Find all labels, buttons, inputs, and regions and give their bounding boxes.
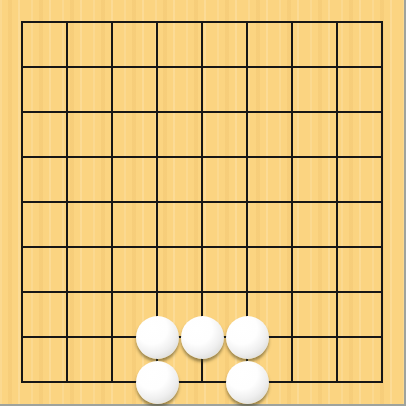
go-board	[0, 0, 406, 406]
white-stone	[226, 361, 269, 404]
board-surface[interactable]	[0, 0, 406, 406]
grid-line-horizontal	[21, 381, 383, 383]
grid-line-vertical	[381, 21, 383, 383]
grid-line-vertical	[336, 21, 338, 383]
grid-line-vertical	[291, 21, 293, 383]
white-stone	[136, 316, 179, 359]
white-stone	[181, 316, 224, 359]
white-stone	[226, 316, 269, 359]
grid-line-horizontal	[21, 291, 383, 293]
grid-line-horizontal	[21, 246, 383, 248]
white-stone	[136, 361, 179, 404]
